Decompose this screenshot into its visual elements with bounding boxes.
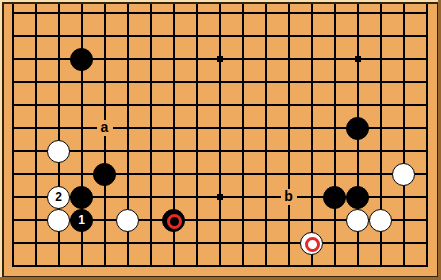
black-stone bbox=[346, 117, 369, 140]
grid-hline bbox=[12, 173, 428, 175]
grid-hline bbox=[12, 12, 428, 14]
grid-vline bbox=[288, 4, 290, 267]
black-stone bbox=[70, 48, 93, 71]
grid-hline bbox=[12, 104, 428, 106]
board-frame-line bbox=[2, 2, 439, 278]
white-stone bbox=[346, 209, 369, 232]
white-stone bbox=[116, 209, 139, 232]
stone-number-label: 1 bbox=[78, 214, 85, 226]
grid-hline bbox=[12, 35, 428, 37]
grid-vline bbox=[426, 4, 428, 267]
black-stone bbox=[162, 209, 185, 232]
black-stone bbox=[93, 163, 116, 186]
go-board-diagram: 21ab bbox=[0, 0, 441, 280]
grid-hline bbox=[12, 265, 428, 267]
white-stone: 2 bbox=[47, 186, 70, 209]
black-stone: 1 bbox=[70, 209, 93, 232]
grid-vline bbox=[265, 4, 267, 267]
grid-vline bbox=[12, 4, 14, 267]
circle-mark bbox=[167, 214, 182, 229]
stone-number-label: 2 bbox=[55, 191, 62, 203]
grid-vline bbox=[242, 4, 244, 267]
grid-vline bbox=[403, 4, 405, 267]
grid-hline bbox=[12, 150, 428, 152]
grid-vline bbox=[219, 4, 221, 267]
grid-vline bbox=[196, 4, 198, 267]
point-label-a: a bbox=[97, 120, 113, 136]
white-stone bbox=[369, 209, 392, 232]
circle-mark bbox=[305, 237, 320, 252]
point-label-b: b bbox=[281, 189, 297, 205]
black-stone bbox=[323, 186, 346, 209]
grid-hline bbox=[12, 81, 428, 83]
star-point bbox=[355, 56, 361, 62]
grid-vline bbox=[334, 4, 336, 267]
grid-vline bbox=[311, 4, 313, 267]
white-stone bbox=[47, 140, 70, 163]
black-stone bbox=[346, 186, 369, 209]
white-stone bbox=[392, 163, 415, 186]
grid-vline bbox=[35, 4, 37, 267]
star-point bbox=[217, 194, 223, 200]
grid-vline bbox=[150, 4, 152, 267]
white-stone bbox=[47, 209, 70, 232]
grid-hline bbox=[12, 242, 428, 244]
star-point bbox=[217, 56, 223, 62]
black-stone bbox=[70, 186, 93, 209]
white-stone bbox=[300, 232, 323, 255]
